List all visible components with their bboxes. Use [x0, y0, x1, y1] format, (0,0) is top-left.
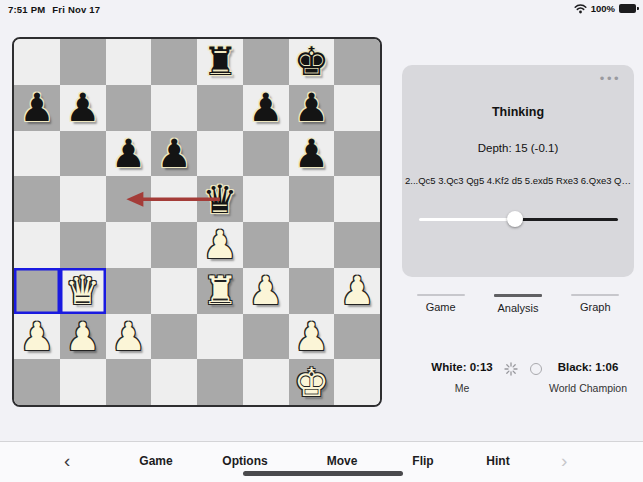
square-d6[interactable]: ♟	[151, 131, 197, 177]
square-h3[interactable]: ♟	[334, 268, 380, 314]
square-f6[interactable]	[243, 131, 289, 177]
piece-white-pawn[interactable]: ♟	[289, 314, 335, 360]
wifi-icon	[574, 3, 587, 14]
toolbar-hint-button[interactable]: Hint	[486, 454, 509, 468]
square-d3[interactable]	[151, 268, 197, 314]
piece-white-pawn[interactable]: ♟	[106, 314, 152, 360]
toolbar-flip-button[interactable]: Flip	[412, 454, 433, 468]
square-c1[interactable]	[106, 359, 152, 405]
tab-label: Game	[402, 301, 479, 313]
square-c5[interactable]	[106, 176, 152, 222]
square-f1[interactable]	[243, 359, 289, 405]
piece-black-pawn[interactable]: ♟	[106, 131, 152, 177]
square-b7[interactable]: ♟	[60, 85, 106, 131]
slider-track-left[interactable]	[419, 218, 508, 221]
square-c6[interactable]: ♟	[106, 131, 152, 177]
slider-track-right[interactable]	[522, 218, 618, 221]
square-c4[interactable]	[106, 222, 152, 268]
square-g3[interactable]	[289, 268, 335, 314]
black-player-block: Black: 1:06 World Champion	[528, 361, 643, 394]
panel-tab-bar: Game Analysis Graph	[402, 294, 634, 314]
tab-label: Graph	[557, 301, 634, 313]
square-a8[interactable]	[14, 39, 60, 85]
analysis-panel: ••• Thinking Depth: 15 (-0.1) 2...Qc5 3.…	[402, 65, 634, 277]
square-a2[interactable]: ♟	[14, 314, 60, 360]
ellipsis-icon[interactable]: •••	[600, 71, 621, 86]
piece-white-pawn[interactable]: ♟	[243, 268, 289, 314]
square-b1[interactable]	[60, 359, 106, 405]
toolbar-move-button[interactable]: Move	[327, 454, 358, 468]
square-h1[interactable]	[334, 359, 380, 405]
square-e6[interactable]	[197, 131, 243, 177]
square-e2[interactable]	[197, 314, 243, 360]
square-f7[interactable]: ♟	[243, 85, 289, 131]
square-b5[interactable]	[60, 176, 106, 222]
square-e5[interactable]: ♛	[197, 176, 243, 222]
tab-indicator	[571, 294, 619, 296]
tab-analysis[interactable]: Analysis	[479, 294, 556, 314]
square-d5[interactable]	[151, 176, 197, 222]
tab-graph[interactable]: Graph	[557, 294, 634, 314]
piece-black-pawn[interactable]: ♟	[243, 85, 289, 131]
panel-title: Thinking	[402, 105, 634, 119]
toolbar-options-button[interactable]: Options	[222, 454, 267, 468]
square-b3[interactable]: ♛	[60, 268, 106, 314]
square-d7[interactable]	[151, 85, 197, 131]
square-b6[interactable]	[60, 131, 106, 177]
battery-icon	[619, 4, 636, 13]
battery-percent: 100%	[591, 3, 615, 14]
piece-black-queen[interactable]: ♛	[197, 176, 243, 222]
piece-black-pawn[interactable]: ♟	[151, 131, 197, 177]
piece-white-pawn[interactable]: ♟	[197, 222, 243, 268]
square-a3[interactable]	[14, 268, 60, 314]
piece-white-king[interactable]: ♚	[289, 359, 335, 405]
piece-black-pawn[interactable]: ♟	[14, 85, 60, 131]
black-player-name: World Champion	[528, 382, 643, 394]
engine-pv-line: 2...Qc5 3.Qc3 Qg5 4.Kf2 d5 5.exd5 Rxe3 6…	[402, 175, 634, 186]
square-g5[interactable]	[289, 176, 335, 222]
piece-black-pawn[interactable]: ♟	[60, 85, 106, 131]
square-b4[interactable]	[60, 222, 106, 268]
square-f3[interactable]: ♟	[243, 268, 289, 314]
square-c8[interactable]	[106, 39, 152, 85]
square-a6[interactable]	[14, 131, 60, 177]
square-c7[interactable]	[106, 85, 152, 131]
square-c2[interactable]: ♟	[106, 314, 152, 360]
piece-white-queen[interactable]: ♛	[60, 268, 106, 314]
square-g1[interactable]: ♚	[289, 359, 335, 405]
square-e7[interactable]	[197, 85, 243, 131]
square-e8[interactable]: ♜	[197, 39, 243, 85]
status-time-date: 7:51 PMFri Nov 17	[8, 4, 100, 15]
square-h5[interactable]	[334, 176, 380, 222]
toolbar-game-button[interactable]: Game	[139, 454, 172, 468]
status-date: Fri Nov 17	[52, 4, 100, 15]
status-bar: 7:51 PMFri Nov 17 100%	[0, 0, 643, 20]
piece-black-pawn[interactable]: ♟	[289, 85, 335, 131]
white-player-name: Me	[402, 382, 522, 394]
square-d8[interactable]	[151, 39, 197, 85]
tab-game[interactable]: Game	[402, 294, 479, 314]
square-f4[interactable]	[243, 222, 289, 268]
chess-board[interactable]: ♜♚♟♟♟♟♟♟♟♛♟♛♜♟♟♟♟♟♟♚	[12, 37, 382, 407]
engine-depth-eval: Depth: 15 (-0.1)	[402, 142, 634, 154]
square-g6[interactable]: ♟	[289, 131, 335, 177]
chevron-left-icon[interactable]: ‹	[64, 450, 70, 472]
chevron-right-icon[interactable]: ›	[561, 450, 567, 472]
clock-time: 7:51 PM	[8, 4, 45, 15]
square-d2[interactable]	[151, 314, 197, 360]
slider-thumb[interactable]	[507, 211, 523, 227]
thinking-spinner-icon	[504, 362, 518, 376]
piece-white-rook[interactable]: ♜	[197, 268, 243, 314]
square-h4[interactable]	[334, 222, 380, 268]
piece-white-pawn[interactable]: ♟	[334, 268, 380, 314]
piece-white-pawn[interactable]: ♟	[60, 314, 106, 360]
square-a1[interactable]	[14, 359, 60, 405]
square-d4[interactable]	[151, 222, 197, 268]
square-h2[interactable]	[334, 314, 380, 360]
square-g2[interactable]: ♟	[289, 314, 335, 360]
square-h6[interactable]	[334, 131, 380, 177]
square-h8[interactable]	[334, 39, 380, 85]
home-indicator[interactable]	[243, 471, 403, 476]
chess-board-container: ♜♚♟♟♟♟♟♟♟♛♟♛♜♟♟♟♟♟♟♚	[12, 37, 382, 407]
square-e4[interactable]: ♟	[197, 222, 243, 268]
square-a5[interactable]	[14, 176, 60, 222]
analysis-slider[interactable]	[419, 211, 618, 227]
tab-label: Analysis	[479, 302, 556, 314]
square-h7[interactable]	[334, 85, 380, 131]
square-e1[interactable]	[197, 359, 243, 405]
square-d1[interactable]	[151, 359, 197, 405]
piece-black-rook[interactable]: ♜	[197, 39, 243, 85]
square-a7[interactable]: ♟	[14, 85, 60, 131]
square-c3[interactable]	[106, 268, 152, 314]
square-g4[interactable]	[289, 222, 335, 268]
square-f8[interactable]	[243, 39, 289, 85]
tab-indicator	[417, 294, 465, 296]
square-f5[interactable]	[243, 176, 289, 222]
piece-black-pawn[interactable]: ♟	[289, 131, 335, 177]
status-indicators: 100%	[574, 3, 636, 14]
piece-white-pawn[interactable]: ♟	[14, 314, 60, 360]
square-a4[interactable]	[14, 222, 60, 268]
square-f2[interactable]	[243, 314, 289, 360]
chess-app-screen: 7:51 PMFri Nov 17 100% ♜♚♟♟♟♟♟♟♟♛♟♛♜♟♟♟♟…	[0, 0, 643, 482]
square-e3[interactable]: ♜	[197, 268, 243, 314]
square-b2[interactable]: ♟	[60, 314, 106, 360]
square-g7[interactable]: ♟	[289, 85, 335, 131]
square-g8[interactable]: ♚	[289, 39, 335, 85]
tab-indicator	[494, 294, 542, 297]
piece-black-king[interactable]: ♚	[289, 39, 335, 85]
black-clock: Black: 1:06	[528, 361, 643, 373]
square-b8[interactable]	[60, 39, 106, 85]
